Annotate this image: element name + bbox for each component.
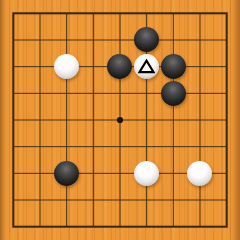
triangle-marker xyxy=(138,59,155,74)
stone-white-F7 xyxy=(134,54,159,79)
stone-white-C7 xyxy=(54,54,79,79)
stone-black-G7 xyxy=(161,54,186,79)
stone-black-C3 xyxy=(54,161,79,186)
goban[interactable] xyxy=(0,0,240,240)
stones-layer xyxy=(0,0,240,240)
stone-white-F3 xyxy=(134,161,159,186)
stone-white-H3 xyxy=(187,161,212,186)
stone-black-F8 xyxy=(134,27,159,52)
stone-black-G6 xyxy=(161,81,186,106)
stone-black-E7 xyxy=(107,54,132,79)
